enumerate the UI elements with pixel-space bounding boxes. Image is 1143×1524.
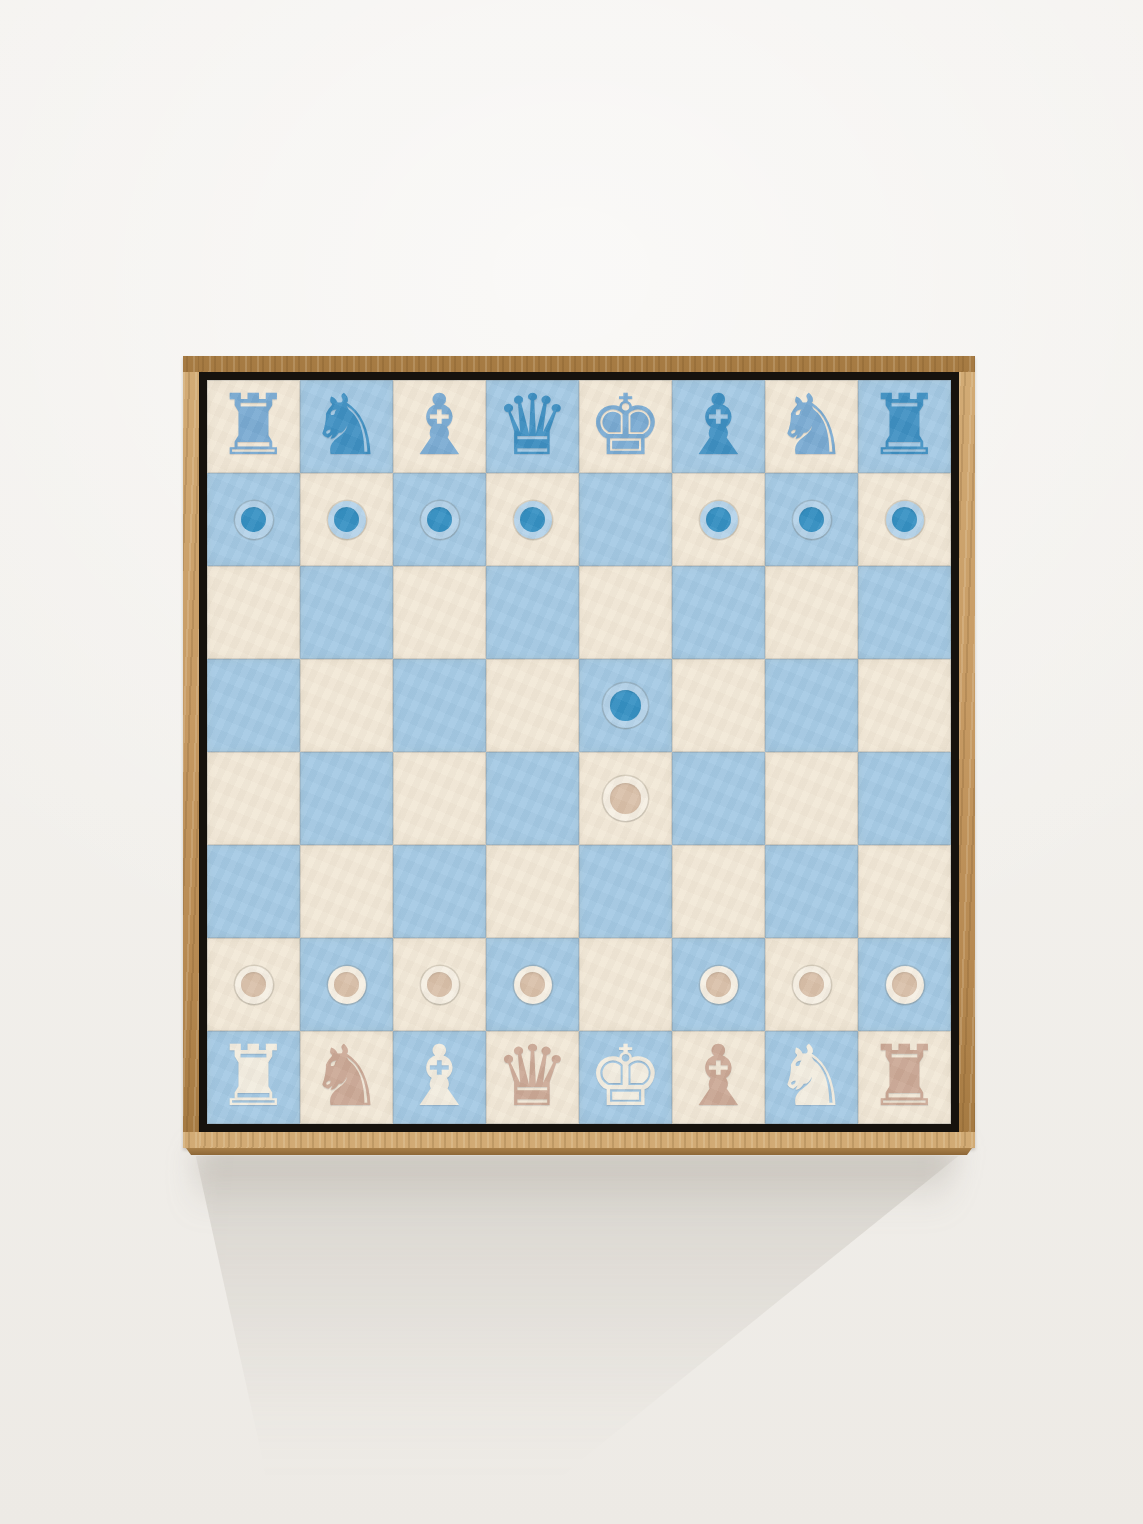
white-knight-g1: ♞: [774, 1034, 849, 1118]
white-pawn-disc: [610, 783, 641, 814]
square-d3[interactable]: [486, 845, 579, 938]
square-c6[interactable]: [393, 566, 486, 659]
square-e2[interactable]: [579, 938, 672, 1031]
square-c3[interactable]: [393, 845, 486, 938]
white-pawn-a2: [235, 966, 273, 1004]
oak-float-frame: ♜♞♝♛♚♝♞♜♜♞♝♛♚♝♞♜: [183, 356, 975, 1148]
square-e8[interactable]: ♚: [579, 380, 672, 473]
black-knight-b8: ♞: [309, 383, 384, 467]
frame-bottom-edge: [186, 1148, 972, 1155]
black-pawn-disc: [241, 507, 266, 532]
square-c4[interactable]: [393, 752, 486, 845]
black-pawn-b7: [328, 501, 366, 539]
square-a5[interactable]: [207, 659, 300, 752]
square-f6[interactable]: [672, 566, 765, 659]
black-bishop-f8: ♝: [681, 383, 756, 467]
black-queen-d8: ♛: [495, 383, 570, 467]
black-pawn-disc: [892, 507, 917, 532]
square-a8[interactable]: ♜: [207, 380, 300, 473]
cast-shadow-near: [190, 1146, 957, 1216]
square-b4[interactable]: [300, 752, 393, 845]
white-bishop-c1: ♝: [402, 1034, 477, 1118]
white-pawn-h2: [886, 966, 924, 1004]
white-knight-b1: ♞: [309, 1034, 384, 1118]
white-pawn-d2: [514, 966, 552, 1004]
square-h6[interactable]: [858, 566, 951, 659]
square-d4[interactable]: [486, 752, 579, 845]
square-g3[interactable]: [765, 845, 858, 938]
white-king-e1: ♚: [588, 1034, 663, 1118]
black-king-e8: ♚: [588, 383, 663, 467]
square-h5[interactable]: [858, 659, 951, 752]
white-rook-a1: ♜: [216, 1034, 291, 1118]
square-b6[interactable]: [300, 566, 393, 659]
square-f5[interactable]: [672, 659, 765, 752]
black-pawn-g7: [793, 501, 831, 539]
black-pawn-d7: [514, 501, 552, 539]
white-pawn-disc: [427, 972, 452, 997]
black-rook-a8: ♜: [216, 383, 291, 467]
square-g2[interactable]: [765, 938, 858, 1031]
square-e5[interactable]: [579, 659, 672, 752]
square-g5[interactable]: [765, 659, 858, 752]
square-a4[interactable]: [207, 752, 300, 845]
white-bishop-f1: ♝: [681, 1034, 756, 1118]
white-pawn-f2: [700, 966, 738, 1004]
white-pawn-g2: [793, 966, 831, 1004]
square-d2[interactable]: [486, 938, 579, 1031]
black-pawn-disc: [610, 690, 641, 721]
square-c7[interactable]: [393, 473, 486, 566]
square-f2[interactable]: [672, 938, 765, 1031]
black-pawn-disc: [427, 507, 452, 532]
square-d8[interactable]: ♛: [486, 380, 579, 473]
square-c1[interactable]: ♝: [393, 1031, 486, 1124]
square-b8[interactable]: ♞: [300, 380, 393, 473]
square-e4[interactable]: [579, 752, 672, 845]
square-e6[interactable]: [579, 566, 672, 659]
white-rook-h1: ♜: [867, 1034, 942, 1118]
black-rook-h8: ♜: [867, 383, 942, 467]
square-h1[interactable]: ♜: [858, 1031, 951, 1124]
white-pawn-disc: [892, 972, 917, 997]
square-h2[interactable]: [858, 938, 951, 1031]
square-b5[interactable]: [300, 659, 393, 752]
black-pawn-a7: [235, 501, 273, 539]
square-f8[interactable]: ♝: [672, 380, 765, 473]
square-h8[interactable]: ♜: [858, 380, 951, 473]
square-h7[interactable]: [858, 473, 951, 566]
square-f7[interactable]: [672, 473, 765, 566]
white-pawn-e4: [603, 776, 648, 821]
white-pawn-disc: [706, 972, 731, 997]
square-a1[interactable]: ♜: [207, 1031, 300, 1124]
white-pawn-disc: [799, 972, 824, 997]
square-g1[interactable]: ♞: [765, 1031, 858, 1124]
square-g4[interactable]: [765, 752, 858, 845]
square-g8[interactable]: ♞: [765, 380, 858, 473]
square-a7[interactable]: [207, 473, 300, 566]
white-pawn-disc: [241, 972, 266, 997]
white-pawn-c2: [421, 966, 459, 1004]
square-h3[interactable]: [858, 845, 951, 938]
white-pawn-disc: [334, 972, 359, 997]
square-h4[interactable]: [858, 752, 951, 845]
black-pawn-disc: [799, 507, 824, 532]
frame-shadow-gap: ♜♞♝♛♚♝♞♜♜♞♝♛♚♝♞♜: [199, 372, 959, 1132]
square-b3[interactable]: [300, 845, 393, 938]
black-pawn-disc: [706, 507, 731, 532]
square-c5[interactable]: [393, 659, 486, 752]
square-d7[interactable]: [486, 473, 579, 566]
black-bishop-c8: ♝: [402, 383, 477, 467]
white-queen-d1: ♛: [495, 1034, 570, 1118]
white-pawn-b2: [328, 966, 366, 1004]
square-a3[interactable]: [207, 845, 300, 938]
square-f3[interactable]: [672, 845, 765, 938]
square-e7[interactable]: [579, 473, 672, 566]
framed-chess-painting: ♜♞♝♛♚♝♞♜♜♞♝♛♚♝♞♜: [183, 356, 975, 1148]
square-f4[interactable]: [672, 752, 765, 845]
square-a6[interactable]: [207, 566, 300, 659]
black-pawn-disc: [334, 507, 359, 532]
square-e1[interactable]: ♚: [579, 1031, 672, 1124]
square-d1[interactable]: ♛: [486, 1031, 579, 1124]
square-e3[interactable]: [579, 845, 672, 938]
chess-board: ♜♞♝♛♚♝♞♜♜♞♝♛♚♝♞♜: [207, 380, 951, 1124]
square-b1[interactable]: ♞: [300, 1031, 393, 1124]
square-d5[interactable]: [486, 659, 579, 752]
square-b7[interactable]: [300, 473, 393, 566]
black-pawn-disc: [520, 507, 545, 532]
square-g7[interactable]: [765, 473, 858, 566]
black-pawn-h7: [886, 501, 924, 539]
square-c8[interactable]: ♝: [393, 380, 486, 473]
square-c2[interactable]: [393, 938, 486, 1031]
square-d6[interactable]: [486, 566, 579, 659]
square-b2[interactable]: [300, 938, 393, 1031]
black-knight-g8: ♞: [774, 383, 849, 467]
black-pawn-f7: [700, 501, 738, 539]
square-g6[interactable]: [765, 566, 858, 659]
black-pawn-c7: [421, 501, 459, 539]
gallery-wall: { "game": "chess", "scene": { "descripti…: [0, 0, 1143, 1524]
square-f1[interactable]: ♝: [672, 1031, 765, 1124]
white-pawn-disc: [520, 972, 545, 997]
square-a2[interactable]: [207, 938, 300, 1031]
black-pawn-e5: [603, 683, 648, 728]
